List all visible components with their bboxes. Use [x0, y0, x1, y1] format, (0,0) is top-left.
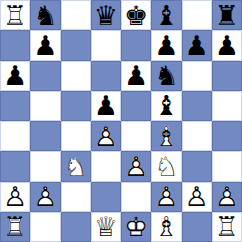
- square-c6[interactable]: [61, 61, 91, 91]
- piece-black-bishop[interactable]: ♝: [151, 91, 181, 121]
- white-rook-outline-glyph: ♖: [0, 0, 30, 30]
- square-h2[interactable]: ♟♙: [212, 182, 242, 212]
- square-g8[interactable]: [182, 0, 212, 30]
- black-pawn-glyph: ♟: [121, 61, 151, 91]
- square-b3[interactable]: [30, 151, 60, 181]
- square-g3[interactable]: [182, 151, 212, 181]
- piece-black-pawn[interactable]: ♟: [30, 30, 60, 60]
- black-bishop-glyph: ♝: [151, 91, 181, 121]
- piece-black-pawn[interactable]: ♟: [151, 30, 181, 60]
- piece-white-pawn[interactable]: ♟♙: [0, 182, 30, 212]
- white-pawn-outline-glyph: ♙: [30, 182, 60, 212]
- piece-white-pawn[interactable]: ♟♙: [212, 182, 242, 212]
- square-f5[interactable]: ♝: [151, 91, 181, 121]
- square-a4[interactable]: [0, 121, 30, 151]
- square-d6[interactable]: [91, 61, 121, 91]
- square-f4[interactable]: ♝♗: [151, 121, 181, 151]
- square-e2[interactable]: [121, 182, 151, 212]
- square-d7[interactable]: [91, 30, 121, 60]
- square-f7[interactable]: ♟: [151, 30, 181, 60]
- square-b7[interactable]: ♟: [30, 30, 60, 60]
- square-a2[interactable]: ♟♙: [0, 182, 30, 212]
- square-d2[interactable]: [91, 182, 121, 212]
- white-queen-outline-glyph: ♕: [91, 212, 121, 242]
- piece-white-pawn[interactable]: ♟♙: [91, 121, 121, 151]
- piece-black-king[interactable]: ♚: [121, 0, 151, 30]
- square-f2[interactable]: ♟♙: [151, 182, 181, 212]
- black-pawn-glyph: ♟: [30, 30, 60, 60]
- black-pawn-glyph: ♟: [151, 30, 181, 60]
- square-d4[interactable]: ♟♙: [91, 121, 121, 151]
- white-pawn-outline-glyph: ♙: [0, 182, 30, 212]
- black-pawn-glyph: ♟: [0, 61, 30, 91]
- piece-black-knight[interactable]: ♞: [30, 0, 60, 30]
- piece-white-queen[interactable]: ♛♕: [91, 212, 121, 242]
- square-h1[interactable]: ♜♖: [212, 212, 242, 242]
- piece-white-knight[interactable]: ♞♘: [151, 151, 181, 181]
- square-a5[interactable]: [0, 91, 30, 121]
- piece-black-pawn[interactable]: ♟: [91, 91, 121, 121]
- piece-white-knight[interactable]: ♞♘: [61, 151, 91, 181]
- square-e1[interactable]: ♚♔: [121, 212, 151, 242]
- black-bishop-glyph: ♝: [151, 0, 181, 30]
- square-c7[interactable]: [61, 30, 91, 60]
- square-h3[interactable]: [212, 151, 242, 181]
- white-pawn-outline-glyph: ♙: [121, 151, 151, 181]
- white-knight-outline-glyph: ♘: [151, 151, 181, 181]
- square-a1[interactable]: ♜♖: [0, 212, 30, 242]
- white-pawn-outline-glyph: ♙: [182, 182, 212, 212]
- piece-white-rook[interactable]: ♜♖: [0, 212, 30, 242]
- square-c2[interactable]: [61, 182, 91, 212]
- square-g6[interactable]: [182, 61, 212, 91]
- square-g1[interactable]: [182, 212, 212, 242]
- piece-black-queen[interactable]: ♛: [91, 0, 121, 30]
- square-e4[interactable]: [121, 121, 151, 151]
- square-c8[interactable]: [61, 0, 91, 30]
- square-h4[interactable]: [212, 121, 242, 151]
- piece-black-pawn[interactable]: ♟: [212, 30, 242, 60]
- black-rook-glyph: ♜: [212, 0, 242, 30]
- square-e6[interactable]: ♟: [121, 61, 151, 91]
- chess-board: ♜♖♞♛♚♝♜♟♟♟♟♟♟♞♟♝♟♙♝♗♞♘♟♙♞♘♟♙♟♙♟♙♟♙♟♙♜♖♛♕…: [0, 0, 242, 242]
- square-b6[interactable]: [30, 61, 60, 91]
- black-knight-glyph: ♞: [151, 61, 181, 91]
- white-knight-outline-glyph: ♘: [61, 151, 91, 181]
- square-d1[interactable]: ♛♕: [91, 212, 121, 242]
- piece-white-pawn[interactable]: ♟♙: [121, 151, 151, 181]
- piece-black-pawn[interactable]: ♟: [0, 61, 30, 91]
- black-pawn-glyph: ♟: [182, 30, 212, 60]
- square-d8[interactable]: ♛: [91, 0, 121, 30]
- white-bishop-outline-glyph: ♗: [151, 212, 181, 242]
- piece-black-pawn[interactable]: ♟: [182, 30, 212, 60]
- piece-white-pawn[interactable]: ♟♙: [30, 182, 60, 212]
- square-a8[interactable]: ♜♖: [0, 0, 30, 30]
- piece-black-knight[interactable]: ♞: [151, 61, 181, 91]
- white-bishop-outline-glyph: ♗: [151, 121, 181, 151]
- white-pawn-outline-glyph: ♙: [212, 182, 242, 212]
- black-knight-glyph: ♞: [30, 0, 60, 30]
- square-c4[interactable]: [61, 121, 91, 151]
- square-f8[interactable]: ♝: [151, 0, 181, 30]
- white-king-outline-glyph: ♔: [121, 212, 151, 242]
- square-f1[interactable]: ♝♗: [151, 212, 181, 242]
- piece-white-pawn[interactable]: ♟♙: [182, 182, 212, 212]
- square-d3[interactable]: [91, 151, 121, 181]
- piece-black-bishop[interactable]: ♝: [151, 0, 181, 30]
- square-b5[interactable]: [30, 91, 60, 121]
- black-pawn-glyph: ♟: [91, 91, 121, 121]
- black-king-glyph: ♚: [121, 0, 151, 30]
- square-b8[interactable]: ♞: [30, 0, 60, 30]
- square-e7[interactable]: [121, 30, 151, 60]
- square-a3[interactable]: [0, 151, 30, 181]
- square-g2[interactable]: ♟♙: [182, 182, 212, 212]
- square-h7[interactable]: ♟: [212, 30, 242, 60]
- square-b1[interactable]: [30, 212, 60, 242]
- square-g7[interactable]: ♟: [182, 30, 212, 60]
- white-rook-outline-glyph: ♖: [0, 212, 30, 242]
- piece-black-rook[interactable]: ♜: [212, 0, 242, 30]
- square-g5[interactable]: [182, 91, 212, 121]
- square-f6[interactable]: ♞: [151, 61, 181, 91]
- square-b4[interactable]: [30, 121, 60, 151]
- black-pawn-glyph: ♟: [212, 30, 242, 60]
- white-rook-outline-glyph: ♖: [212, 212, 242, 242]
- black-queen-glyph: ♛: [91, 0, 121, 30]
- square-a6[interactable]: ♟: [0, 61, 30, 91]
- piece-black-pawn[interactable]: ♟: [121, 61, 151, 91]
- square-h6[interactable]: [212, 61, 242, 91]
- piece-white-bishop[interactable]: ♝♗: [151, 212, 181, 242]
- piece-white-rook[interactable]: ♜♖: [0, 0, 30, 30]
- piece-white-bishop[interactable]: ♝♗: [151, 121, 181, 151]
- piece-white-rook[interactable]: ♜♖: [212, 212, 242, 242]
- square-c3[interactable]: ♞♘: [61, 151, 91, 181]
- square-f3[interactable]: ♞♘: [151, 151, 181, 181]
- square-b2[interactable]: ♟♙: [30, 182, 60, 212]
- square-d5[interactable]: ♟: [91, 91, 121, 121]
- white-pawn-outline-glyph: ♙: [151, 182, 181, 212]
- square-c5[interactable]: [61, 91, 91, 121]
- piece-white-pawn[interactable]: ♟♙: [151, 182, 181, 212]
- square-g4[interactable]: [182, 121, 212, 151]
- square-h5[interactable]: [212, 91, 242, 121]
- square-a7[interactable]: [0, 30, 30, 60]
- square-e5[interactable]: [121, 91, 151, 121]
- square-h8[interactable]: ♜: [212, 0, 242, 30]
- square-c1[interactable]: [61, 212, 91, 242]
- piece-white-king[interactable]: ♚♔: [121, 212, 151, 242]
- white-pawn-outline-glyph: ♙: [91, 121, 121, 151]
- square-e8[interactable]: ♚: [121, 0, 151, 30]
- square-e3[interactable]: ♟♙: [121, 151, 151, 181]
